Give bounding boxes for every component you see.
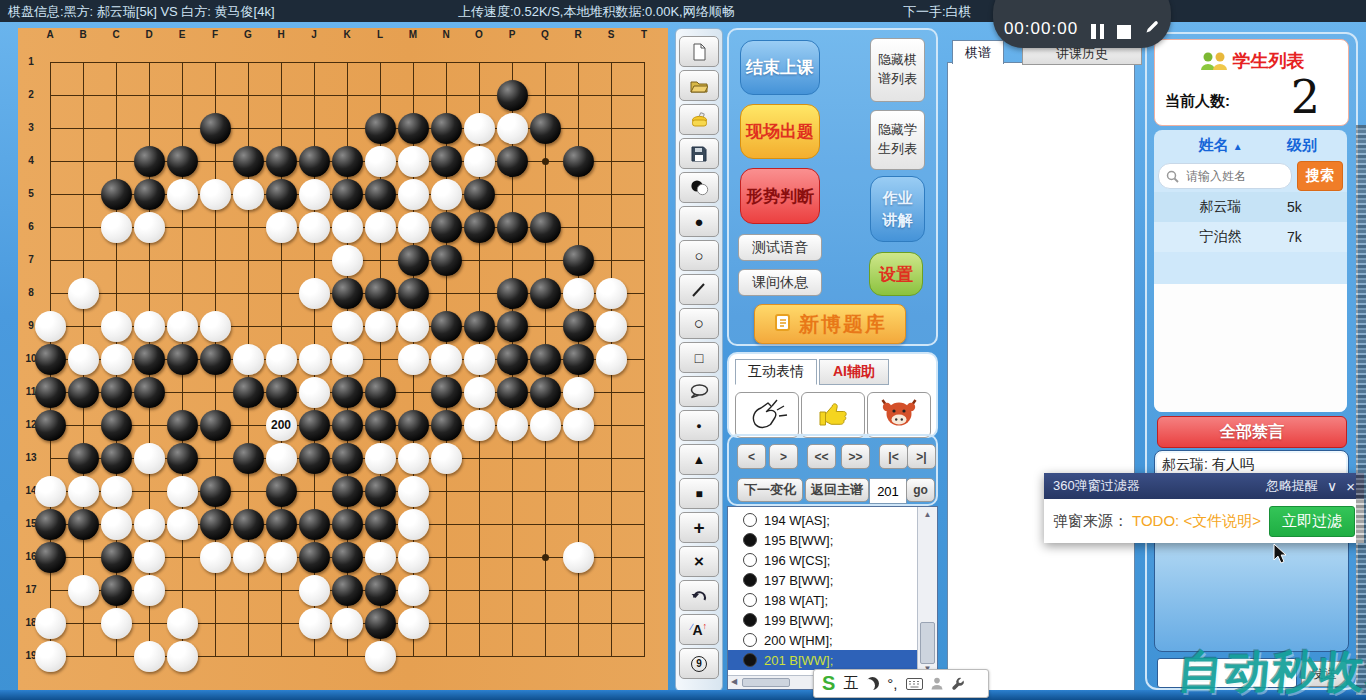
tab-kifu[interactable]: 棋谱 (952, 40, 1004, 64)
stone-black-K13 (332, 443, 363, 474)
stone-black-F14 (200, 476, 231, 507)
scroll-up-icon[interactable]: ▲ (918, 510, 937, 519)
cross-button[interactable]: × (679, 546, 719, 577)
stone-black-R9 (563, 311, 594, 342)
stone-black-J16 (299, 542, 330, 573)
clap-emote-button[interactable] (735, 392, 799, 438)
hide-students-label: 隐藏学生列表 (875, 121, 921, 159)
stone-black-F3 (200, 113, 231, 144)
question-bank-label: 新博题库 (799, 311, 887, 338)
coord-label-row-5: 5 (20, 188, 42, 199)
white-stone-icon: ○ (694, 247, 703, 264)
hide-student-list-button[interactable]: 隐藏学生列表 (870, 110, 925, 170)
stone-white-C18 (101, 608, 132, 639)
stone-black-O5 (464, 179, 495, 210)
column-rank[interactable]: 级别 (1287, 136, 1347, 155)
clipboard-icon (773, 312, 793, 337)
move-text: 201 B[WW]; (764, 653, 833, 668)
stone-white-D15 (134, 509, 165, 540)
stone-black-R7 (563, 245, 594, 276)
coord-label-col-E: E (174, 29, 190, 40)
popup-title: 360弹窗过滤器 (1053, 477, 1140, 495)
stone-white-O3 (464, 113, 495, 144)
coord-label-row-13: 13 (20, 452, 42, 463)
number-9-icon: 9 (691, 656, 707, 672)
stone-white-B10 (68, 344, 99, 375)
mute-all-button[interactable]: 全部禁言 (1157, 416, 1347, 448)
current-count-value: 2 (1291, 70, 1320, 124)
ox-face-emote-button[interactable] (867, 392, 931, 438)
move-list-item[interactable]: 194 W[AS]; (728, 510, 917, 530)
sogou-icon[interactable]: S (822, 672, 835, 695)
popup-ignore-link[interactable]: 忽略提醒 (1266, 477, 1318, 495)
student-rank: 5k (1287, 199, 1347, 215)
stone-black-R10 (563, 344, 594, 375)
stone-white-J8 (299, 278, 330, 309)
stone-white-H6 (266, 212, 297, 243)
stone-white-L6 (365, 212, 396, 243)
hoshi-point (542, 554, 549, 561)
new-file-icon (691, 43, 707, 61)
stone-white-E19 (167, 641, 198, 672)
black-stone-icon (743, 573, 757, 587)
stone-white-M6 (398, 212, 429, 243)
stone-black-A12 (35, 410, 66, 441)
stone-black-N4 (431, 146, 462, 177)
alternate-stones-icon (690, 179, 709, 196)
stone-white-H10 (266, 344, 297, 375)
ox-face-icon (881, 398, 917, 432)
stone-white-M10 (398, 344, 429, 375)
stone-white-L13 (365, 443, 396, 474)
stone-black-D10 (134, 344, 165, 375)
go-button[interactable]: go (906, 478, 935, 502)
stone-black-B13 (68, 443, 99, 474)
popup-source-value: TODO: <文件说明> (1132, 512, 1261, 531)
coord-label-col-F: F (207, 29, 223, 40)
stone-white-P12 (497, 410, 528, 441)
next-move-indicator: 下一手:白棋 (903, 3, 972, 21)
move-text: 194 W[AS]; (764, 513, 830, 528)
student-list-columns[interactable]: 姓名 ▲ 级别 (1154, 130, 1347, 160)
emotes-panel: 互动表情 AI辅助 (727, 352, 938, 438)
tab-ai-assist[interactable]: AI辅助 (819, 359, 889, 385)
students-group-icon (1199, 51, 1229, 71)
rect-icon: □ (695, 350, 703, 366)
stone-black-F12 (200, 410, 231, 441)
stone-black-K12 (332, 410, 363, 441)
move-list-item[interactable]: 198 W[AT]; (728, 590, 917, 610)
stone-black-D11 (134, 377, 165, 408)
move-list-item[interactable]: 201 B[WW]; (728, 650, 917, 670)
stone-white-D17 (134, 575, 165, 606)
vscroll-thumb[interactable] (920, 622, 935, 665)
black-stone-icon (743, 533, 757, 547)
stone-white-G10 (233, 344, 264, 375)
stone-black-C13 (101, 443, 132, 474)
triangle-icon: ▲ (693, 452, 706, 467)
stone-black-E13 (167, 443, 198, 474)
end-class-button[interactable]: 结束上课 (740, 40, 820, 95)
dot-icon: ● (696, 421, 701, 431)
pencil-icon[interactable] (1144, 19, 1160, 39)
student-panel: 学生列表 当前人数: 2 姓名 ▲ 级别 搜索 郝云瑞5k宁泊然7k 全部禁言 … (1145, 32, 1358, 690)
stone-white-R8 (563, 278, 594, 309)
pen-button[interactable] (679, 274, 719, 305)
stone-white-K9 (332, 311, 363, 342)
stone-black-A16 (35, 542, 66, 573)
coord-label-col-A: A (42, 29, 58, 40)
stone-black-P2 (497, 80, 528, 111)
triangle-button[interactable]: ▲ (679, 444, 719, 475)
stone-white-J6 (299, 212, 330, 243)
stone-black-D5 (134, 179, 165, 210)
circle-icon: ○ (694, 314, 704, 334)
stone-black-N7 (431, 245, 462, 276)
move-list-items: 194 W[AS];195 B[WW];196 W[CS];197 B[WW];… (728, 510, 917, 675)
stone-black-K4 (332, 146, 363, 177)
stone-white-K10 (332, 344, 363, 375)
stone-black-H4 (266, 146, 297, 177)
situation-judge-button[interactable]: 形势判断 (740, 168, 820, 224)
person-icon[interactable] (931, 677, 943, 690)
hscroll-thumb[interactable] (742, 678, 790, 687)
stamp-button[interactable] (679, 104, 719, 135)
tab-emotes[interactable]: 互动表情 (735, 359, 817, 385)
stone-white-C15 (101, 509, 132, 540)
student-row[interactable]: 宁泊然7k (1154, 222, 1347, 252)
keyboard-icon[interactable] (906, 678, 923, 690)
homework-label: 作业讲解 (881, 187, 915, 232)
hide-kifu-label: 隐藏棋谱列表 (875, 51, 921, 89)
stone-white-C14 (101, 476, 132, 507)
stone-black-M8 (398, 278, 429, 309)
stone-black-O9 (464, 311, 495, 342)
letter-a-button[interactable]: ∕A↑ (679, 614, 719, 645)
stone-black-C17 (101, 575, 132, 606)
moon-icon[interactable] (866, 677, 879, 690)
question-bank-button[interactable]: 新博题库 (754, 304, 906, 344)
coord-label-row-8: 8 (20, 287, 42, 298)
stone-black-J4 (299, 146, 330, 177)
stone-black-L3 (365, 113, 396, 144)
ime-toolbar[interactable]: S五°, (813, 669, 989, 698)
move-text: 196 W[CS]; (764, 553, 830, 568)
move-number-input[interactable] (869, 478, 907, 504)
plus-button[interactable]: + (679, 512, 719, 543)
move-list-vscrollbar[interactable]: ▲ ▼ (917, 507, 937, 676)
coord-label-row-3: 3 (20, 122, 42, 133)
coord-label-col-O: O (471, 29, 487, 40)
filter-now-button[interactable]: 立即过滤 (1269, 506, 1355, 537)
rect-button[interactable]: □ (679, 342, 719, 373)
stone-white-R12 (563, 410, 594, 441)
kifu-list-body[interactable] (947, 62, 1135, 692)
stone-black-L15 (365, 509, 396, 540)
stone-black-B15 (68, 509, 99, 540)
undo-icon (691, 589, 707, 603)
coord-label-col-S: S (603, 29, 619, 40)
stone-black-Q6 (530, 212, 561, 243)
save-button[interactable] (679, 138, 719, 169)
coord-label-col-Q: Q (537, 29, 553, 40)
stone-white-K7 (332, 245, 363, 276)
stone-black-L5 (365, 179, 396, 210)
stone-white-M15 (398, 509, 429, 540)
stone-white-A14 (35, 476, 66, 507)
circle-button[interactable]: ○ (679, 308, 719, 339)
goban[interactable]: A1B2C3D4E5F6G7H8J9K10L11M12N13O14P15Q16R… (18, 28, 668, 692)
stone-black-D4 (134, 146, 165, 177)
stone-white-A19 (35, 641, 66, 672)
student-search-input[interactable] (1158, 163, 1292, 189)
stone-black-N12 (431, 410, 462, 441)
stone-white-N10 (431, 344, 462, 375)
white-stone-button[interactable]: ○ (679, 240, 719, 271)
stone-black-Q11 (530, 377, 561, 408)
new-file-button[interactable] (679, 36, 719, 67)
filled-rect-button[interactable]: ■ (679, 478, 719, 509)
letter-a-icon: ∕A↑ (691, 622, 707, 638)
clap-icon (746, 397, 788, 433)
stop-icon[interactable] (1117, 25, 1131, 39)
plus-icon: + (693, 517, 704, 539)
stone-white-M18 (398, 608, 429, 639)
stone-white-S9 (596, 311, 627, 342)
stone-white-J11 (299, 377, 330, 408)
stone-black-N3 (431, 113, 462, 144)
student-list: 姓名 ▲ 级别 搜索 郝云瑞5k宁泊然7k (1154, 130, 1347, 412)
current-count-label: 当前人数: (1165, 92, 1230, 111)
coord-label-col-L: L (372, 29, 388, 40)
stone-black-K15 (332, 509, 363, 540)
class-break-button[interactable]: 课间休息 (738, 269, 822, 296)
move-list-item[interactable]: 200 W[HM]; (728, 630, 917, 650)
step-button-2[interactable]: > (769, 444, 798, 469)
stone-white-C9 (101, 311, 132, 342)
pause-icon[interactable] (1091, 24, 1104, 39)
black-stone-icon (743, 613, 757, 627)
hoshi-point (542, 158, 549, 165)
number-9-button[interactable]: 9 (679, 648, 719, 679)
stone-white-H12: 200 (266, 410, 297, 441)
stone-white-A9 (35, 311, 66, 342)
stone-white-A18 (35, 608, 66, 639)
back-to-main-button[interactable]: 返回主谱 (805, 478, 869, 502)
student-rows: 郝云瑞5k宁泊然7k (1154, 192, 1347, 252)
stone-white-F16 (200, 542, 231, 573)
coord-label-col-B: B (75, 29, 91, 40)
stone-black-Q3 (530, 113, 561, 144)
stone-white-M17 (398, 575, 429, 606)
nav-panel: <><<>>|<>| 下一变化 返回主谱 go (727, 434, 938, 506)
undo-button[interactable] (679, 580, 719, 611)
stone-black-K16 (332, 542, 363, 573)
stone-white-D9 (134, 311, 165, 342)
stone-black-A11 (35, 377, 66, 408)
stone-white-L19 (365, 641, 396, 672)
coord-label-col-K: K (339, 29, 355, 40)
coord-label-row-6: 6 (20, 221, 42, 232)
white-stone-icon (743, 593, 757, 607)
open-folder-icon (690, 79, 708, 93)
stone-white-M9 (398, 311, 429, 342)
stone-white-N5 (431, 179, 462, 210)
stone-white-R16 (563, 542, 594, 573)
stone-black-P8 (497, 278, 528, 309)
stone-white-S10 (596, 344, 627, 375)
stone-white-E15 (167, 509, 198, 540)
coord-label-row-1: 1 (20, 56, 42, 67)
magnifier-icon (1166, 170, 1179, 183)
save-icon (691, 146, 707, 162)
filled-rect-icon: ■ (695, 487, 702, 501)
stone-white-D19 (134, 641, 165, 672)
student-panel-header: 学生列表 当前人数: 2 (1154, 39, 1349, 126)
thumb-up-emote-button[interactable] (801, 392, 865, 438)
stone-white-E9 (167, 311, 198, 342)
student-list-empty-area (1154, 284, 1347, 412)
stone-black-E12 (167, 410, 198, 441)
stone-black-G11 (233, 377, 264, 408)
stone-black-M7 (398, 245, 429, 276)
stone-black-L8 (365, 278, 396, 309)
stone-black-M3 (398, 113, 429, 144)
coord-label-row-7: 7 (20, 254, 42, 265)
stone-black-G13 (233, 443, 264, 474)
stone-white-M16 (398, 542, 429, 573)
lesson-timer: 00:00:00 (993, 0, 1171, 48)
coord-label-col-H: H (273, 29, 289, 40)
black-stone-button[interactable]: ● (679, 206, 719, 237)
ime-item[interactable]: 五 (843, 674, 858, 693)
stone-white-J10 (299, 344, 330, 375)
stone-white-R11 (563, 377, 594, 408)
stone-white-L9 (365, 311, 396, 342)
popup-blocker-dialog: 360弹窗过滤器 忽略提醒 ∨ × 弹窗来源： TODO: <文件说明> 立即过… (1044, 473, 1364, 543)
stone-white-O11 (464, 377, 495, 408)
stone-white-B8 (68, 278, 99, 309)
watermark: 自动秒收录 (1175, 642, 1366, 700)
stone-black-P6 (497, 212, 528, 243)
next-variation-button[interactable]: 下一变化 (737, 478, 803, 502)
stone-black-H15 (266, 509, 297, 540)
stone-black-B11 (68, 377, 99, 408)
stone-white-O10 (464, 344, 495, 375)
move-list-item[interactable]: 195 B[WW]; (728, 530, 917, 550)
wrench-icon[interactable] (951, 677, 965, 691)
stone-black-Q8 (530, 278, 561, 309)
chevron-down-icon[interactable]: ∨ (1327, 478, 1337, 494)
move-list-item[interactable]: 199 B[WW]; (728, 610, 917, 630)
settings-button[interactable]: 设置 (869, 252, 923, 296)
student-name: 郝云瑞 (1154, 198, 1287, 216)
search-button[interactable]: 搜索 (1297, 161, 1343, 191)
stone-black-P9 (497, 311, 528, 342)
coord-label-col-J: J (306, 29, 322, 40)
dot-button[interactable]: ● (679, 410, 719, 441)
stone-white-D16 (134, 542, 165, 573)
stone-black-F15 (200, 509, 231, 540)
stone-black-G4 (233, 146, 264, 177)
coord-label-col-R: R (570, 29, 586, 40)
popup-source-label: 弹窗来源： (1053, 512, 1128, 531)
live-question-button[interactable]: 现场出题 (740, 104, 820, 159)
move-text: 198 W[AT]; (764, 593, 828, 608)
stone-white-J17 (299, 575, 330, 606)
black-stone-icon: ● (694, 213, 703, 230)
stone-white-H13 (266, 443, 297, 474)
stone-black-G15 (233, 509, 264, 540)
stone-white-M14 (398, 476, 429, 507)
stone-black-H14 (266, 476, 297, 507)
stone-white-M5 (398, 179, 429, 210)
stone-black-L17 (365, 575, 396, 606)
move-list[interactable]: 194 W[AS];195 B[WW];196 W[CS];197 B[WW];… (727, 506, 938, 690)
annotation-toolbar: ●○○□●▲■+×∕A↑9 (675, 28, 723, 692)
homework-explain-button[interactable]: 作业讲解 (870, 176, 925, 242)
stone-black-K11 (332, 377, 363, 408)
stone-black-L11 (365, 377, 396, 408)
stone-white-O4 (464, 146, 495, 177)
stone-black-L12 (365, 410, 396, 441)
move-text: 197 B[WW]; (764, 573, 833, 588)
coord-label-row-17: 17 (20, 584, 42, 595)
move-text: 200 W[HM]; (764, 633, 833, 648)
step-button-4[interactable]: >> (841, 444, 870, 469)
scroll-left-icon[interactable]: ◀ (731, 677, 737, 686)
white-stone-icon (743, 633, 757, 647)
coord-label-row-2: 2 (20, 89, 42, 100)
search-field[interactable] (1184, 168, 1278, 184)
bubble-icon (690, 384, 709, 399)
bubble-button[interactable] (679, 376, 719, 407)
hide-kifu-list-button[interactable]: 隐藏棋谱列表 (870, 38, 925, 102)
stone-white-L16 (365, 542, 396, 573)
alternate-stones-button[interactable] (679, 172, 719, 203)
student-list-title-text: 学生列表 (1233, 51, 1305, 71)
step-button-5[interactable]: |< (879, 444, 908, 469)
column-name[interactable]: 姓名 ▲ (1154, 136, 1287, 155)
ime-item[interactable]: °, (887, 675, 897, 692)
step-button-1[interactable]: < (737, 444, 766, 469)
coord-label-col-D: D (141, 29, 157, 40)
close-icon[interactable]: × (1346, 478, 1355, 495)
stone-white-J5 (299, 179, 330, 210)
stone-white-C10 (101, 344, 132, 375)
stone-black-J12 (299, 410, 330, 441)
step-button-3[interactable]: << (807, 444, 836, 469)
stone-white-H16 (266, 542, 297, 573)
student-row[interactable]: 郝云瑞5k (1154, 192, 1347, 222)
open-folder-button[interactable] (679, 70, 719, 101)
stone-black-Q10 (530, 344, 561, 375)
stone-black-E10 (167, 344, 198, 375)
stone-black-P10 (497, 344, 528, 375)
teaching-controls: 结束上课 隐藏棋谱列表 现场出题 隐藏学生列表 形势判断 作业讲解 测试语音 课… (727, 28, 939, 700)
stone-white-N13 (431, 443, 462, 474)
stone-black-C11 (101, 377, 132, 408)
move-list-item[interactable]: 197 B[WW]; (728, 570, 917, 590)
sort-asc-icon: ▲ (1233, 141, 1243, 152)
step-button-6[interactable]: >| (907, 444, 936, 469)
test-voice-button[interactable]: 测试语音 (738, 234, 822, 261)
move-list-item[interactable]: 196 W[CS]; (728, 550, 917, 570)
stone-white-G5 (233, 179, 264, 210)
stone-black-K14 (332, 476, 363, 507)
stone-white-G16 (233, 542, 264, 573)
stone-white-S8 (596, 278, 627, 309)
